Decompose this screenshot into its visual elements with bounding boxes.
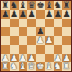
black-pawn[interactable]: ♟ — [10, 10, 18, 19]
square-g3[interactable] — [54, 45, 63, 54]
square-e6[interactable] — [36, 19, 45, 28]
black-pawn[interactable]: ♟ — [19, 10, 27, 19]
square-b7[interactable]: ♟ — [10, 10, 19, 19]
square-a8[interactable]: ♜ — [1, 1, 10, 10]
white-pawn[interactable]: ♟ — [45, 36, 53, 45]
white-pawn[interactable]: ♟ — [54, 54, 62, 63]
square-a4[interactable] — [1, 36, 10, 45]
black-bishop[interactable]: ♝ — [45, 1, 53, 10]
black-pawn[interactable]: ♟ — [45, 10, 53, 19]
square-a1[interactable]: ♜ — [1, 62, 10, 71]
black-knight[interactable]: ♞ — [54, 1, 62, 10]
square-c6[interactable] — [19, 19, 28, 28]
square-d2[interactable]: ♟ — [27, 54, 36, 63]
square-c5[interactable] — [19, 27, 28, 36]
square-a2[interactable]: ♟ — [1, 54, 10, 63]
square-e8[interactable]: ♚ — [36, 1, 45, 10]
square-b3[interactable] — [10, 45, 19, 54]
square-f6[interactable] — [45, 19, 54, 28]
square-a7[interactable]: ♟ — [1, 10, 10, 19]
square-g1[interactable]: ♞ — [54, 62, 63, 71]
square-c8[interactable]: ♝ — [19, 1, 28, 10]
square-f1[interactable]: ♝ — [45, 62, 54, 71]
black-king[interactable]: ♚ — [36, 1, 44, 10]
white-queen[interactable]: ♛ — [28, 62, 36, 71]
square-f8[interactable]: ♝ — [45, 1, 54, 10]
square-f4[interactable]: ♟ — [45, 36, 54, 45]
square-h3[interactable] — [62, 45, 71, 54]
white-rook[interactable]: ♜ — [1, 62, 9, 71]
square-e5[interactable]: ♟ — [36, 27, 45, 36]
white-pawn[interactable]: ♟ — [10, 54, 18, 63]
square-e3[interactable] — [36, 45, 45, 54]
black-pawn[interactable]: ♟ — [54, 10, 62, 19]
black-pawn[interactable]: ♟ — [28, 10, 36, 19]
white-pawn[interactable]: ♟ — [36, 36, 44, 45]
square-h8[interactable]: ♜ — [62, 1, 71, 10]
white-bishop[interactable]: ♝ — [19, 62, 27, 71]
square-g8[interactable]: ♞ — [54, 1, 63, 10]
square-b6[interactable] — [10, 19, 19, 28]
square-e7[interactable] — [36, 10, 45, 19]
black-rook[interactable]: ♜ — [63, 1, 71, 10]
board-frame: ♜♞♝♛♚♝♞♜♟♟♟♟♟♟♟♟♟♟♟♟♟♟♟♟♜♞♝♛♚♝♞♜ — [0, 0, 72, 72]
white-pawn[interactable]: ♟ — [28, 54, 36, 63]
black-pawn[interactable]: ♟ — [36, 27, 44, 36]
square-d8[interactable]: ♛ — [27, 1, 36, 10]
square-c7[interactable]: ♟ — [19, 10, 28, 19]
square-d1[interactable]: ♛ — [27, 62, 36, 71]
white-rook[interactable]: ♜ — [63, 62, 71, 71]
square-g2[interactable]: ♟ — [54, 54, 63, 63]
white-bishop[interactable]: ♝ — [45, 62, 53, 71]
square-d7[interactable]: ♟ — [27, 10, 36, 19]
square-c4[interactable] — [19, 36, 28, 45]
square-f5[interactable] — [45, 27, 54, 36]
black-pawn[interactable]: ♟ — [63, 10, 71, 19]
square-b8[interactable]: ♞ — [10, 1, 19, 10]
square-b1[interactable]: ♞ — [10, 62, 19, 71]
white-pawn[interactable]: ♟ — [63, 54, 71, 63]
square-f3[interactable] — [45, 45, 54, 54]
white-pawn[interactable]: ♟ — [1, 54, 9, 63]
square-g6[interactable] — [54, 19, 63, 28]
black-knight[interactable]: ♞ — [10, 1, 18, 10]
square-b4[interactable] — [10, 36, 19, 45]
square-a6[interactable] — [1, 19, 10, 28]
square-c3[interactable] — [19, 45, 28, 54]
white-knight[interactable]: ♞ — [54, 62, 62, 71]
square-h1[interactable]: ♜ — [62, 62, 71, 71]
square-h2[interactable]: ♟ — [62, 54, 71, 63]
square-f7[interactable]: ♟ — [45, 10, 54, 19]
black-bishop[interactable]: ♝ — [19, 1, 27, 10]
black-pawn[interactable]: ♟ — [1, 10, 9, 19]
square-d4[interactable] — [27, 36, 36, 45]
square-e4[interactable]: ♟ — [36, 36, 45, 45]
square-e2[interactable] — [36, 54, 45, 63]
white-king[interactable]: ♚ — [36, 62, 44, 71]
square-c2[interactable]: ♟ — [19, 54, 28, 63]
square-h4[interactable] — [62, 36, 71, 45]
black-queen[interactable]: ♛ — [28, 1, 36, 10]
square-d3[interactable] — [27, 45, 36, 54]
square-d6[interactable] — [27, 19, 36, 28]
square-h5[interactable] — [62, 27, 71, 36]
square-e1[interactable]: ♚ — [36, 62, 45, 71]
square-g5[interactable] — [54, 27, 63, 36]
chess-board: ♜♞♝♛♚♝♞♜♟♟♟♟♟♟♟♟♟♟♟♟♟♟♟♟♜♞♝♛♚♝♞♜ — [1, 1, 71, 71]
square-f2[interactable] — [45, 54, 54, 63]
square-b5[interactable] — [10, 27, 19, 36]
square-a3[interactable] — [1, 45, 10, 54]
square-d5[interactable] — [27, 27, 36, 36]
white-pawn[interactable]: ♟ — [19, 54, 27, 63]
square-a5[interactable] — [1, 27, 10, 36]
black-rook[interactable]: ♜ — [1, 1, 9, 10]
square-g4[interactable] — [54, 36, 63, 45]
square-g7[interactable]: ♟ — [54, 10, 63, 19]
square-b2[interactable]: ♟ — [10, 54, 19, 63]
white-knight[interactable]: ♞ — [10, 62, 18, 71]
square-h7[interactable]: ♟ — [62, 10, 71, 19]
square-c1[interactable]: ♝ — [19, 62, 28, 71]
square-h6[interactable] — [62, 19, 71, 28]
